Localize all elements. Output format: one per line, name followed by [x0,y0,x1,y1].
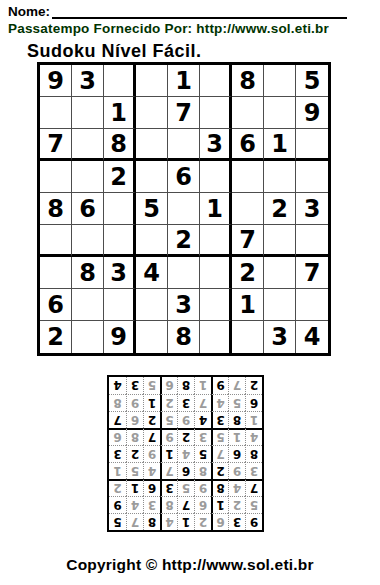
puzzle-cell-r4c1 [40,161,72,193]
puzzle-cell-r2c5: 7 [168,97,200,129]
puzzle-cell-r2c9: 9 [296,97,328,129]
puzzle-cell-r5c3 [104,193,136,225]
solution-cell-r8c2: 5 [228,394,245,411]
puzzle-cell-r4c3: 2 [104,161,136,193]
puzzle-cell-r9c3: 9 [104,321,136,353]
solution-cell-r1c3: 6 [211,513,228,530]
puzzle-cell-r3c9 [296,129,328,161]
puzzle-cell-r9c2 [72,321,104,353]
puzzle-cell-r6c1 [40,225,72,257]
solution-cell-r7c1: 1 [245,411,262,428]
solution-grid: 9362148755216783497489536123928674518675… [107,375,264,532]
solution-cell-r1c7: 8 [143,513,160,530]
solution-cell-r8c3: 4 [211,394,228,411]
puzzle-cell-r5c8: 2 [264,193,296,225]
solution-cell-r5c3: 7 [211,445,228,462]
puzzle-cell-r1c1: 9 [40,65,72,97]
solution-cell-r7c8: 6 [126,411,143,428]
solution-cell-r7c6: 5 [160,411,177,428]
page-title: Sudoku Nível Fácil. [27,41,202,62]
puzzle-cell-r2c2 [72,97,104,129]
puzzle-cell-r6c3 [104,225,136,257]
solution-cell-r9c9: 4 [109,377,126,394]
puzzle-cell-r7c2: 8 [72,257,104,289]
solution-cell-r4c8: 5 [126,462,143,479]
solution-cell-r2c5: 7 [177,496,194,513]
puzzle-cell-r4c9 [296,161,328,193]
puzzle-cell-r5c2: 6 [72,193,104,225]
solution-cell-r9c7: 5 [143,377,160,394]
puzzle-cell-r3c8: 1 [264,129,296,161]
puzzle-cell-r7c3: 3 [104,257,136,289]
puzzle-cell-r3c4 [136,129,168,161]
solution-cell-r9c5: 8 [177,377,194,394]
puzzle-cell-r9c9: 4 [296,321,328,353]
puzzle-cell-r4c4 [136,161,168,193]
puzzle-cell-r1c8 [264,65,296,97]
solution-cell-r9c2: 7 [228,377,245,394]
puzzle-cell-r3c1: 7 [40,129,72,161]
solution-cell-r8c8: 9 [126,394,143,411]
puzzle-cell-r4c5: 6 [168,161,200,193]
solution-cell-r5c5: 4 [177,445,194,462]
solution-cell-r3c9: 2 [109,479,126,496]
solution-cell-r9c1: 2 [245,377,262,394]
puzzle-cell-r2c1 [40,97,72,129]
puzzle-cell-r3c2 [72,129,104,161]
puzzle-cell-r9c1: 2 [40,321,72,353]
puzzle-cell-r9c8: 3 [264,321,296,353]
solution-cell-r9c3: 9 [211,377,228,394]
solution-cell-r3c1: 7 [245,479,262,496]
puzzle-cell-r7c1 [40,257,72,289]
solution-cell-r5c1: 8 [245,445,262,462]
solution-cell-r3c2: 4 [228,479,245,496]
solution-cell-r1c6: 4 [160,513,177,530]
solution-cell-r2c8: 4 [126,496,143,513]
puzzle-cell-r8c2 [72,289,104,321]
solution-cell-r1c5: 1 [177,513,194,530]
puzzle-cell-r7c6 [200,257,232,289]
puzzle-cell-r9c6 [200,321,232,353]
solution-cell-r2c3: 1 [211,496,228,513]
name-field-row: Nome: [8,3,347,19]
solution-cell-r6c7: 7 [143,428,160,445]
provider-line: Passatempo Fornecido Por: http://www.sol… [8,21,329,36]
puzzle-cell-r8c5: 3 [168,289,200,321]
solution-cell-r6c1: 4 [245,428,262,445]
puzzle-cell-r1c5: 1 [168,65,200,97]
puzzle-cell-r2c4 [136,97,168,129]
puzzle-cell-r1c9: 5 [296,65,328,97]
solution-cell-r5c7: 9 [143,445,160,462]
puzzle-cell-r8c6 [200,289,232,321]
puzzle-cell-r5c7 [232,193,264,225]
solution-cell-r3c8: 1 [126,479,143,496]
copyright-line: Copyright © http://www.sol.eti.br [0,556,380,574]
solution-cell-r7c2: 8 [228,411,245,428]
puzzle-cell-r7c8 [264,257,296,289]
solution-cell-r4c6: 7 [160,462,177,479]
name-blank-line [52,3,347,19]
puzzle-cell-r1c2: 3 [72,65,104,97]
solution-cell-r4c3: 2 [211,462,228,479]
puzzle-cell-r6c8 [264,225,296,257]
puzzle-cell-r8c3 [104,289,136,321]
solution-cell-r7c4: 4 [194,411,211,428]
solution-cell-r4c4: 8 [194,462,211,479]
puzzle-cell-r6c4 [136,225,168,257]
solution-cell-r8c1: 6 [245,394,262,411]
solution-cell-r6c3: 5 [211,428,228,445]
puzzle-cell-r4c6 [200,161,232,193]
solution-cell-r4c2: 9 [228,462,245,479]
puzzle-cell-r9c5: 8 [168,321,200,353]
puzzle-cell-r7c5 [168,257,200,289]
puzzle-cell-r8c8 [264,289,296,321]
puzzle-cell-r2c3: 1 [104,97,136,129]
puzzle-cell-r1c7: 8 [232,65,264,97]
solution-cell-r5c6: 1 [160,445,177,462]
solution-cell-r7c9: 7 [109,411,126,428]
solution-cell-r3c3: 8 [211,479,228,496]
solution-cell-r8c4: 7 [194,394,211,411]
solution-cell-r4c1: 3 [245,462,262,479]
puzzle-cell-r7c4: 4 [136,257,168,289]
puzzle-cell-r2c6 [200,97,232,129]
solution-cell-r7c3: 3 [211,411,228,428]
solution-cell-r8c9: 8 [109,394,126,411]
solution-cell-r8c5: 3 [177,394,194,411]
puzzle-cell-r5c4: 5 [136,193,168,225]
puzzle-cell-r5c6: 1 [200,193,232,225]
solution-cell-r8c6: 2 [160,394,177,411]
puzzle-cell-r8c4 [136,289,168,321]
solution-cell-r8c7: 1 [143,394,160,411]
solution-cell-r2c7: 3 [143,496,160,513]
puzzle-cell-r9c4 [136,321,168,353]
solution-cell-r2c2: 2 [228,496,245,513]
solution-cell-r1c2: 3 [228,513,245,530]
puzzle-cell-r6c5: 2 [168,225,200,257]
name-label: Nome: [8,4,50,19]
puzzle-cell-r5c1: 8 [40,193,72,225]
puzzle-cell-r8c7: 1 [232,289,264,321]
puzzle-cell-r3c3: 8 [104,129,136,161]
solution-cell-r7c5: 9 [177,411,194,428]
solution-cell-r9c4: 1 [194,377,211,394]
solution-cell-r7c7: 2 [143,411,160,428]
solution-cell-r6c6: 9 [160,428,177,445]
puzzle-cell-r5c9: 3 [296,193,328,225]
puzzle-cell-r4c7 [232,161,264,193]
solution-cell-r9c8: 3 [126,377,143,394]
solution-cell-r2c6: 8 [160,496,177,513]
puzzle-cell-r8c1: 6 [40,289,72,321]
solution-cell-r3c6: 3 [160,479,177,496]
puzzle-cell-r5c5 [168,193,200,225]
solution-cell-r3c4: 9 [194,479,211,496]
puzzle-cell-r3c6: 3 [200,129,232,161]
puzzle-cell-r1c6 [200,65,232,97]
puzzle-cell-r2c8 [264,97,296,129]
puzzle-cell-r6c7: 7 [232,225,264,257]
solution-cell-r9c6: 6 [160,377,177,394]
puzzle-cell-r7c9: 7 [296,257,328,289]
puzzle-cell-r6c2 [72,225,104,257]
solution-cell-r1c1: 9 [245,513,262,530]
solution-cell-r3c5: 5 [177,479,194,496]
solution-cell-r5c8: 2 [126,445,143,462]
puzzle-cell-r9c7 [232,321,264,353]
solution-cell-r4c5: 6 [177,462,194,479]
puzzle-cell-r4c8 [264,161,296,193]
solution-cell-r6c4: 3 [194,428,211,445]
solution-cell-r6c9: 6 [109,428,126,445]
solution-cell-r2c4: 6 [194,496,211,513]
puzzle-cell-r1c3 [104,65,136,97]
puzzle-cell-r8c9 [296,289,328,321]
puzzle-cell-r6c6 [200,225,232,257]
puzzle-grid: 931851797836126865123278342763129834 [37,62,331,356]
solution-cell-r5c2: 6 [228,445,245,462]
solution-cell-r2c9: 9 [109,496,126,513]
solution-cell-r2c1: 5 [245,496,262,513]
sudoku-worksheet: { "game": "sudoku", "position": "93..1.8… [0,0,380,585]
puzzle-cell-r3c5 [168,129,200,161]
puzzle-cell-r7c7: 2 [232,257,264,289]
puzzle-cell-r2c7 [232,97,264,129]
solution-cell-r1c4: 2 [194,513,211,530]
puzzle-cell-r1c4 [136,65,168,97]
solution-cell-r5c9: 3 [109,445,126,462]
solution-cell-r4c7: 4 [143,462,160,479]
puzzle-cell-r3c7: 6 [232,129,264,161]
puzzle-cell-r6c9 [296,225,328,257]
solution-cell-r6c2: 1 [228,428,245,445]
solution-cell-r1c9: 5 [109,513,126,530]
solution-cell-r1c8: 7 [126,513,143,530]
solution-cell-r4c9: 1 [109,462,126,479]
puzzle-cell-r4c2 [72,161,104,193]
solution-cell-r3c7: 6 [143,479,160,496]
solution-cell-r5c4: 5 [194,445,211,462]
solution-cell-r6c5: 2 [177,428,194,445]
solution-cell-r6c8: 8 [126,428,143,445]
